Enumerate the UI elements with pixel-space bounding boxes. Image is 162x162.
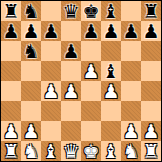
square-h2[interactable]: ♟ bbox=[141, 121, 161, 141]
square-a2[interactable]: ♟ bbox=[1, 121, 21, 141]
square-c3[interactable] bbox=[41, 101, 61, 121]
square-h6[interactable] bbox=[141, 41, 161, 61]
piece-black-knight: ♞ bbox=[22, 41, 39, 61]
square-c5[interactable] bbox=[41, 61, 61, 81]
piece-black-king: ♚ bbox=[82, 1, 99, 21]
piece-black-pawn: ♟ bbox=[142, 21, 159, 41]
piece-white-rook: ♜ bbox=[2, 141, 19, 161]
square-b7[interactable]: ♟ bbox=[21, 21, 41, 41]
square-a3[interactable] bbox=[1, 101, 21, 121]
square-g8[interactable] bbox=[121, 1, 141, 21]
chess-board-frame: ♜♞♛♚♝♜♟♟♟♟♟♟♟♞♟♟♝♟♟♟♟♟♟♟♜♞♝♛♚♝♞♜ bbox=[0, 0, 162, 162]
piece-white-pawn: ♟ bbox=[42, 81, 59, 101]
square-e3[interactable] bbox=[81, 101, 101, 121]
square-a1[interactable]: ♜ bbox=[1, 141, 21, 161]
square-h4[interactable] bbox=[141, 81, 161, 101]
square-g2[interactable]: ♟ bbox=[121, 121, 141, 141]
piece-white-pawn: ♟ bbox=[82, 61, 99, 81]
square-d3[interactable] bbox=[61, 101, 81, 121]
piece-white-pawn: ♟ bbox=[22, 121, 39, 141]
piece-black-pawn: ♟ bbox=[42, 21, 59, 41]
piece-black-rook: ♜ bbox=[142, 1, 159, 21]
square-d6[interactable]: ♟ bbox=[61, 41, 81, 61]
square-d4[interactable]: ♟ bbox=[61, 81, 81, 101]
square-b6[interactable]: ♞ bbox=[21, 41, 41, 61]
square-f2[interactable] bbox=[101, 121, 121, 141]
square-b4[interactable] bbox=[21, 81, 41, 101]
piece-white-pawn: ♟ bbox=[2, 121, 19, 141]
piece-black-pawn: ♟ bbox=[22, 21, 39, 41]
square-d2[interactable] bbox=[61, 121, 81, 141]
square-e7[interactable]: ♟ bbox=[81, 21, 101, 41]
piece-black-bishop: ♝ bbox=[102, 61, 119, 81]
piece-white-queen: ♛ bbox=[62, 141, 79, 161]
piece-white-bishop: ♝ bbox=[42, 141, 59, 161]
piece-white-pawn: ♟ bbox=[62, 81, 79, 101]
square-f6[interactable] bbox=[101, 41, 121, 61]
piece-black-bishop: ♝ bbox=[102, 1, 119, 21]
square-f8[interactable]: ♝ bbox=[101, 1, 121, 21]
piece-white-bishop: ♝ bbox=[102, 141, 119, 161]
square-e8[interactable]: ♚ bbox=[81, 1, 101, 21]
square-f5[interactable]: ♝ bbox=[101, 61, 121, 81]
square-a6[interactable] bbox=[1, 41, 21, 61]
chess-board: ♜♞♛♚♝♜♟♟♟♟♟♟♟♞♟♟♝♟♟♟♟♟♟♟♜♞♝♛♚♝♞♜ bbox=[1, 1, 161, 161]
square-h5[interactable] bbox=[141, 61, 161, 81]
square-b2[interactable]: ♟ bbox=[21, 121, 41, 141]
square-c7[interactable]: ♟ bbox=[41, 21, 61, 41]
piece-black-pawn: ♟ bbox=[2, 21, 19, 41]
piece-black-pawn: ♟ bbox=[62, 41, 79, 61]
square-c2[interactable] bbox=[41, 121, 61, 141]
square-b1[interactable]: ♞ bbox=[21, 141, 41, 161]
square-e2[interactable] bbox=[81, 121, 101, 141]
piece-white-pawn: ♟ bbox=[142, 121, 159, 141]
square-f7[interactable]: ♟ bbox=[101, 21, 121, 41]
square-g6[interactable] bbox=[121, 41, 141, 61]
piece-white-pawn: ♟ bbox=[122, 121, 139, 141]
piece-white-knight: ♞ bbox=[122, 141, 139, 161]
square-c1[interactable]: ♝ bbox=[41, 141, 61, 161]
square-c8[interactable] bbox=[41, 1, 61, 21]
square-h8[interactable]: ♜ bbox=[141, 1, 161, 21]
square-d5[interactable] bbox=[61, 61, 81, 81]
square-b3[interactable] bbox=[21, 101, 41, 121]
square-g3[interactable] bbox=[121, 101, 141, 121]
square-a8[interactable]: ♜ bbox=[1, 1, 21, 21]
piece-white-king: ♚ bbox=[82, 141, 99, 161]
square-g5[interactable] bbox=[121, 61, 141, 81]
square-a7[interactable]: ♟ bbox=[1, 21, 21, 41]
square-h1[interactable]: ♜ bbox=[141, 141, 161, 161]
square-g7[interactable]: ♟ bbox=[121, 21, 141, 41]
square-d7[interactable] bbox=[61, 21, 81, 41]
piece-white-rook: ♜ bbox=[142, 141, 159, 161]
piece-black-queen: ♛ bbox=[62, 1, 79, 21]
square-h7[interactable]: ♟ bbox=[141, 21, 161, 41]
square-f3[interactable] bbox=[101, 101, 121, 121]
square-d8[interactable]: ♛ bbox=[61, 1, 81, 21]
piece-black-pawn: ♟ bbox=[82, 21, 99, 41]
square-e6[interactable] bbox=[81, 41, 101, 61]
square-b5[interactable] bbox=[21, 61, 41, 81]
square-e1[interactable]: ♚ bbox=[81, 141, 101, 161]
square-d1[interactable]: ♛ bbox=[61, 141, 81, 161]
square-e4[interactable] bbox=[81, 81, 101, 101]
square-e5[interactable]: ♟ bbox=[81, 61, 101, 81]
piece-black-rook: ♜ bbox=[2, 1, 19, 21]
square-h3[interactable] bbox=[141, 101, 161, 121]
square-f4[interactable]: ♟ bbox=[101, 81, 121, 101]
piece-black-pawn: ♟ bbox=[102, 21, 119, 41]
piece-black-knight: ♞ bbox=[22, 1, 39, 21]
square-c6[interactable] bbox=[41, 41, 61, 61]
piece-black-pawn: ♟ bbox=[122, 21, 139, 41]
piece-white-knight: ♞ bbox=[22, 141, 39, 161]
square-a4[interactable] bbox=[1, 81, 21, 101]
square-g1[interactable]: ♞ bbox=[121, 141, 141, 161]
square-g4[interactable] bbox=[121, 81, 141, 101]
square-a5[interactable] bbox=[1, 61, 21, 81]
square-b8[interactable]: ♞ bbox=[21, 1, 41, 21]
piece-white-pawn: ♟ bbox=[102, 81, 119, 101]
square-f1[interactable]: ♝ bbox=[101, 141, 121, 161]
square-c4[interactable]: ♟ bbox=[41, 81, 61, 101]
